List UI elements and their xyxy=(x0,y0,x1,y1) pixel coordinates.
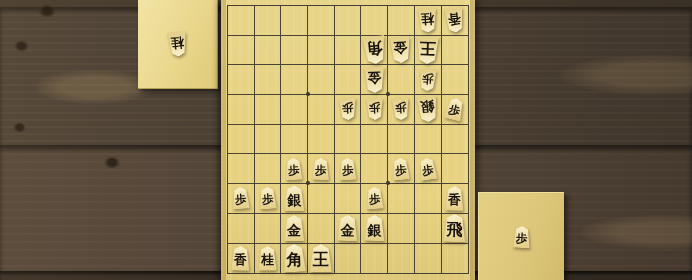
square-2h[interactable] xyxy=(415,214,442,244)
square-2e[interactable] xyxy=(415,125,442,155)
piece-kanji: 歩 xyxy=(418,68,437,91)
square-4h[interactable]: 銀 xyxy=(361,214,388,244)
piece-kanji: 歩 xyxy=(391,157,410,180)
square-9d[interactable] xyxy=(228,95,255,125)
square-1f[interactable] xyxy=(442,154,469,184)
piece-sente-飛-1h[interactable]: 飛 xyxy=(443,214,466,242)
piece-kanji: 歩 xyxy=(391,98,410,121)
piece-sente-金-5h[interactable]: 金 xyxy=(337,215,358,241)
square-5f[interactable]: 歩 xyxy=(335,154,362,184)
square-7b[interactable] xyxy=(281,36,308,66)
piece-kanji: 香 xyxy=(231,246,251,271)
square-2b[interactable]: 王 xyxy=(415,36,442,66)
piece-sente-歩-hand[interactable]: 歩 xyxy=(513,226,531,248)
piece-sente-香-9i[interactable]: 香 xyxy=(231,246,250,271)
square-7i[interactable]: 角 xyxy=(281,244,308,274)
square-1g[interactable]: 香 xyxy=(442,184,469,214)
square-8c[interactable] xyxy=(255,65,282,95)
square-2g[interactable] xyxy=(415,184,442,214)
square-5d[interactable]: 歩 xyxy=(335,95,362,125)
piece-gote-歩-4d[interactable]: 歩 xyxy=(366,98,384,120)
hoshi-point xyxy=(306,181,310,185)
piece-kanji: 角 xyxy=(282,244,306,273)
piece-gote-歩-3d[interactable]: 歩 xyxy=(392,98,410,120)
square-3f[interactable]: 歩 xyxy=(388,154,415,184)
piece-gote-金-4c[interactable]: 金 xyxy=(364,67,385,93)
square-4i[interactable] xyxy=(361,244,388,274)
square-1d[interactable]: 歩 xyxy=(442,95,469,125)
piece-gote-桂-2a[interactable]: 桂 xyxy=(418,8,437,33)
hoshi-point xyxy=(386,92,390,96)
piece-sente-銀-4h[interactable]: 銀 xyxy=(364,215,385,241)
piece-kanji: 桂 xyxy=(418,8,438,33)
piece-kanji: 歩 xyxy=(365,98,383,121)
piece-sente-金-7h[interactable]: 金 xyxy=(284,215,305,241)
square-1a[interactable]: 香 xyxy=(442,6,469,36)
piece-sente-歩-4g[interactable]: 歩 xyxy=(366,187,384,209)
square-3e[interactable] xyxy=(388,125,415,155)
square-6f[interactable]: 歩 xyxy=(308,154,335,184)
piece-gote-桂-hand[interactable]: 桂 xyxy=(168,32,187,57)
square-8e[interactable] xyxy=(255,125,282,155)
square-3h[interactable] xyxy=(388,214,415,244)
piece-kanji: 金 xyxy=(390,36,413,63)
square-6g[interactable] xyxy=(308,184,335,214)
square-5c[interactable] xyxy=(335,65,362,95)
square-3b[interactable]: 金 xyxy=(388,36,415,66)
piece-gote-香-1a[interactable]: 香 xyxy=(445,8,464,33)
square-2f[interactable]: 歩 xyxy=(415,154,442,184)
piece-kanji: 金 xyxy=(284,215,305,241)
piece-sente-歩-1d[interactable]: 歩 xyxy=(446,98,464,120)
square-5a[interactable] xyxy=(335,6,362,36)
square-1b[interactable] xyxy=(442,36,469,66)
square-5b[interactable] xyxy=(335,36,362,66)
piece-sente-香-1g[interactable]: 香 xyxy=(445,186,464,211)
piece-kanji: 角 xyxy=(361,35,387,65)
piece-kanji: 歩 xyxy=(231,187,250,210)
square-6b[interactable] xyxy=(308,36,335,66)
piece-kanji: 飛 xyxy=(443,214,466,242)
piece-sente-歩-9g[interactable]: 歩 xyxy=(232,187,250,209)
komadai-sente-pieces: 歩 xyxy=(513,226,531,248)
square-4f[interactable] xyxy=(361,154,388,184)
piece-kanji: 銀 xyxy=(416,95,440,123)
square-4b[interactable]: 角 xyxy=(361,36,388,66)
square-7c[interactable] xyxy=(281,65,308,95)
piece-kanji: 銀 xyxy=(284,185,305,211)
square-7g[interactable]: 銀 xyxy=(281,184,308,214)
square-1i[interactable] xyxy=(442,244,469,274)
square-8b[interactable] xyxy=(255,36,282,66)
piece-sente-王-6i[interactable]: 王 xyxy=(309,244,332,272)
piece-kanji: 歩 xyxy=(365,187,384,210)
hoshi-point xyxy=(386,181,390,185)
square-4a[interactable] xyxy=(361,6,388,36)
piece-sente-銀-7g[interactable]: 銀 xyxy=(284,185,305,211)
square-9h[interactable] xyxy=(228,214,255,244)
piece-kanji: 歩 xyxy=(512,226,531,249)
square-9f[interactable] xyxy=(228,154,255,184)
piece-gote-角-4b[interactable]: 角 xyxy=(363,36,386,64)
hoshi-point xyxy=(306,92,310,96)
square-4e[interactable] xyxy=(361,125,388,155)
piece-gote-歩-5d[interactable]: 歩 xyxy=(339,98,357,120)
piece-kanji: 香 xyxy=(445,186,465,211)
square-5e[interactable] xyxy=(335,125,362,155)
piece-sente-歩-3f[interactable]: 歩 xyxy=(392,158,410,180)
square-6i[interactable]: 王 xyxy=(308,244,335,274)
square-1e[interactable] xyxy=(442,125,469,155)
shogi-scene: 桂 桂香角金王金歩歩歩歩銀歩歩歩歩歩歩歩歩銀歩香金金銀飛香桂角王 歩 xyxy=(0,0,692,280)
square-8a[interactable] xyxy=(255,6,282,36)
square-3i[interactable] xyxy=(388,244,415,274)
square-3c[interactable] xyxy=(388,65,415,95)
square-4d[interactable]: 歩 xyxy=(361,95,388,125)
square-1c[interactable] xyxy=(442,65,469,95)
square-3d[interactable]: 歩 xyxy=(388,95,415,125)
piece-sente-歩-8g[interactable]: 歩 xyxy=(259,187,277,209)
piece-sente-歩-6f[interactable]: 歩 xyxy=(312,158,330,180)
piece-kanji: 歩 xyxy=(312,158,330,180)
piece-kanji: 桂 xyxy=(258,246,277,271)
square-6d[interactable] xyxy=(308,95,335,125)
piece-kanji: 香 xyxy=(444,7,466,34)
square-5g[interactable] xyxy=(335,184,362,214)
piece-gote-銀-2d[interactable]: 銀 xyxy=(417,96,438,122)
piece-kanji: 歩 xyxy=(444,97,466,123)
square-9i[interactable]: 香 xyxy=(228,244,255,274)
square-7d[interactable] xyxy=(281,95,308,125)
square-9b[interactable] xyxy=(228,36,255,66)
square-9e[interactable] xyxy=(228,125,255,155)
square-9g[interactable]: 歩 xyxy=(228,184,255,214)
piece-kanji: 歩 xyxy=(338,98,357,121)
piece-sente-歩-2f[interactable]: 歩 xyxy=(419,158,437,180)
piece-kanji: 王 xyxy=(309,244,332,272)
square-1h[interactable]: 飛 xyxy=(442,214,469,244)
piece-kanji: 歩 xyxy=(338,157,356,180)
square-6h[interactable] xyxy=(308,214,335,244)
shogi-board: 桂香角金王金歩歩歩歩銀歩歩歩歩歩歩歩歩銀歩香金金銀飛香桂角王 xyxy=(221,0,475,280)
piece-kanji: 桂 xyxy=(167,31,188,57)
square-8f[interactable] xyxy=(255,154,282,184)
square-2d[interactable]: 銀 xyxy=(415,95,442,125)
board-grid: 桂香角金王金歩歩歩歩銀歩歩歩歩歩歩歩歩銀歩香金金銀飛香桂角王 xyxy=(227,5,469,274)
piece-gote-歩-2c[interactable]: 歩 xyxy=(419,69,437,91)
komadai-sente: 歩 xyxy=(478,192,564,280)
square-3g[interactable] xyxy=(388,184,415,214)
square-8h[interactable] xyxy=(255,214,282,244)
square-7e[interactable] xyxy=(281,125,308,155)
square-6a[interactable] xyxy=(308,6,335,36)
square-8i[interactable]: 桂 xyxy=(255,244,282,274)
piece-gote-王-2b[interactable]: 王 xyxy=(416,36,439,64)
piece-kanji: 歩 xyxy=(258,187,277,210)
piece-sente-歩-5f[interactable]: 歩 xyxy=(339,158,357,180)
square-2a[interactable]: 桂 xyxy=(415,6,442,36)
square-4c[interactable]: 金 xyxy=(361,65,388,95)
piece-sente-桂-8i[interactable]: 桂 xyxy=(258,246,277,271)
piece-kanji: 歩 xyxy=(417,157,437,181)
square-8d[interactable] xyxy=(255,95,282,125)
square-9a[interactable] xyxy=(228,6,255,36)
square-7h[interactable]: 金 xyxy=(281,214,308,244)
square-3a[interactable] xyxy=(388,6,415,36)
square-5h[interactable]: 金 xyxy=(335,214,362,244)
square-7a[interactable] xyxy=(281,6,308,36)
komadai-gote: 桂 xyxy=(138,0,218,89)
piece-kanji: 金 xyxy=(337,215,358,241)
piece-kanji: 銀 xyxy=(364,215,385,241)
komadai-gote-pieces: 桂 xyxy=(168,32,187,57)
square-6c[interactable] xyxy=(308,65,335,95)
square-2c[interactable]: 歩 xyxy=(415,65,442,95)
square-2i[interactable] xyxy=(415,244,442,274)
square-9c[interactable] xyxy=(228,65,255,95)
piece-sente-歩-7f[interactable]: 歩 xyxy=(285,158,303,180)
piece-kanji: 金 xyxy=(363,66,385,93)
piece-kanji: 王 xyxy=(416,36,440,65)
square-4g[interactable]: 歩 xyxy=(361,184,388,214)
square-5i[interactable] xyxy=(335,244,362,274)
piece-sente-角-7i[interactable]: 角 xyxy=(283,244,306,272)
piece-gote-金-3b[interactable]: 金 xyxy=(390,37,411,63)
square-6e[interactable] xyxy=(308,125,335,155)
square-8g[interactable]: 歩 xyxy=(255,184,282,214)
square-7f[interactable]: 歩 xyxy=(281,154,308,184)
piece-kanji: 歩 xyxy=(285,157,303,180)
